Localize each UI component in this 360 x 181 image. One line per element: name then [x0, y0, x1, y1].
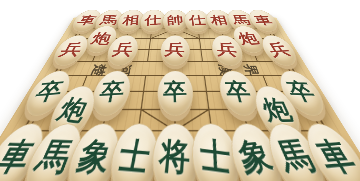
piece-glyph: 兵 — [57, 42, 85, 57]
piece-glyph: 兵 — [164, 42, 185, 58]
piece-glyph: 車 — [252, 15, 274, 26]
piece-glyph: 士 — [116, 138, 153, 177]
piece-glyph: 兵 — [111, 42, 135, 58]
piece-glyph: 兵 — [265, 41, 294, 58]
piece-glyph: 卒 — [97, 80, 125, 104]
board-grid: 車馬相仕帥仕相馬車炮炮兵兵兵兵兵卒卒卒卒卒炮炮車馬象士将士象馬車 — [0, 16, 360, 170]
piece-glyph: 馬 — [99, 14, 119, 26]
piece-glyph: 帥 — [167, 14, 184, 26]
piece-red-soldier[interactable]: 兵 — [159, 35, 191, 66]
xiangqi-board: 楚 河 漢 界 車馬相仕帥仕相馬車炮炮兵兵兵兵兵卒卒卒卒卒炮炮車馬象士将士象馬車 — [0, 15, 360, 181]
piece-glyph: 炮 — [236, 32, 261, 47]
piece-glyph: 相 — [209, 15, 229, 26]
piece-glyph: 卒 — [163, 80, 188, 103]
piece-glyph: 士 — [200, 137, 232, 177]
piece-glyph: 炮 — [259, 97, 295, 124]
photo-backdrop: 楚 河 漢 界 車馬相仕帥仕相馬車炮炮兵兵兵兵兵卒卒卒卒卒炮炮車馬象士将士象馬車 — [0, 0, 360, 181]
piece-glyph: 卒 — [224, 80, 254, 103]
piece-glyph: 炮 — [54, 96, 91, 125]
piece-glyph: 象 — [73, 138, 114, 176]
piece-glyph: 仕 — [144, 14, 161, 26]
piece-glyph: 将 — [158, 137, 191, 177]
piece-glyph: 相 — [122, 14, 140, 26]
piece-glyph: 仕 — [188, 15, 207, 26]
piece-glyph: 兵 — [216, 41, 238, 58]
piece-green-soldier[interactable]: 卒 — [155, 71, 194, 116]
